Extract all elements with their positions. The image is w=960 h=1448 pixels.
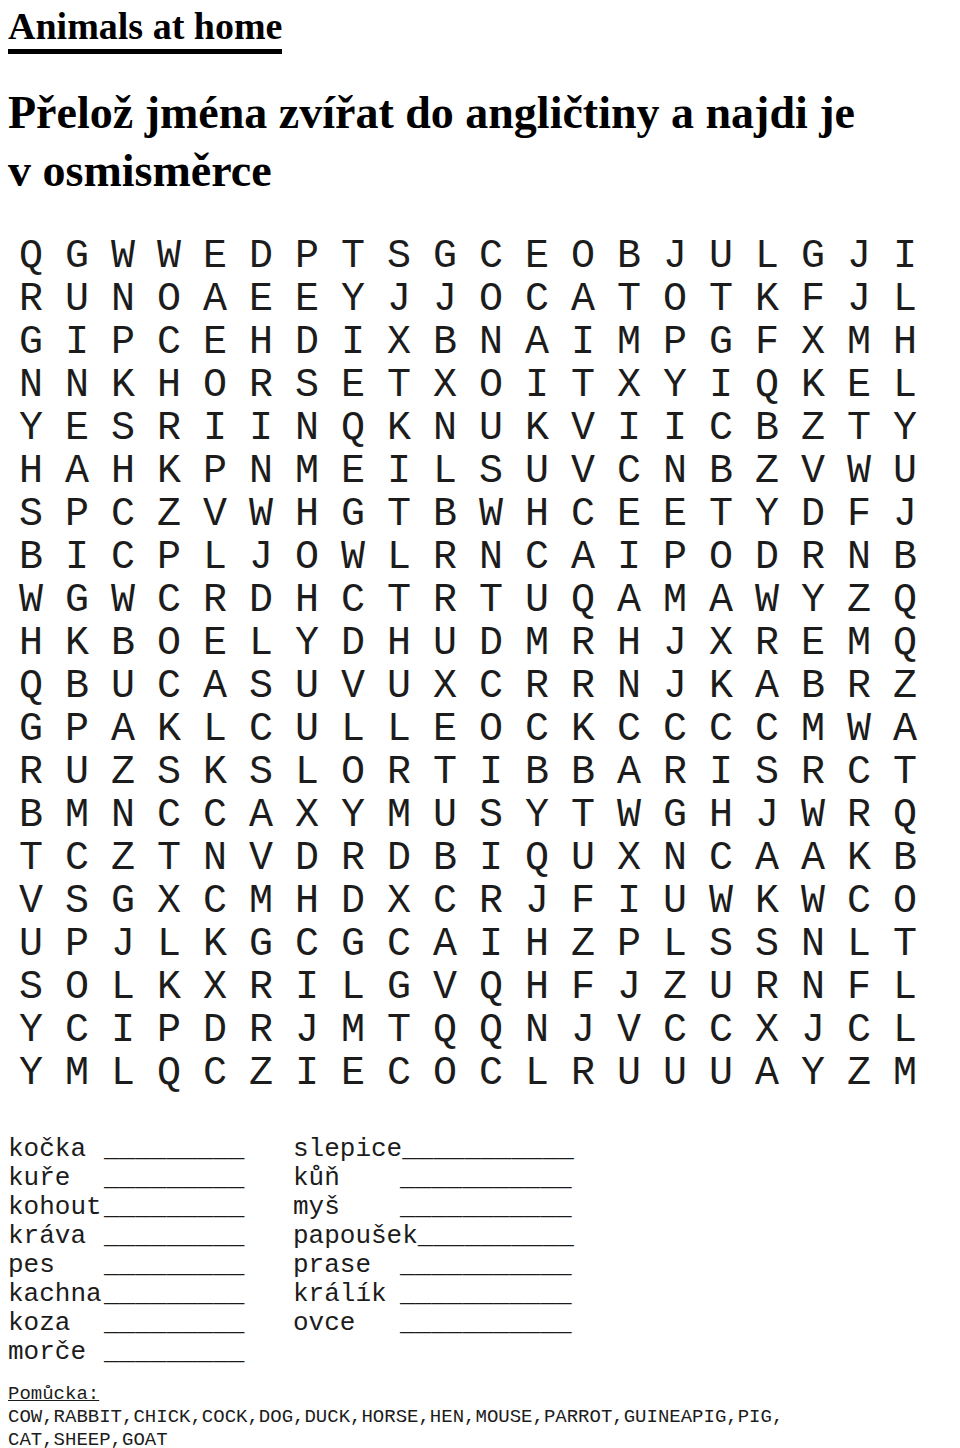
grid-cell: O bbox=[882, 880, 928, 923]
grid-cell: V bbox=[790, 450, 836, 493]
worksheet-page: Animals at home Přelož jména zvířat do a… bbox=[0, 0, 960, 1448]
grid-cell: R bbox=[468, 880, 514, 923]
grid-cell: J bbox=[376, 278, 422, 321]
grid-cell: K bbox=[744, 278, 790, 321]
grid-cell: G bbox=[698, 321, 744, 364]
grid-cell: T bbox=[882, 923, 928, 966]
grid-cell: C bbox=[192, 880, 238, 923]
word-search-grid: QGWWEDPTSGCEOBJULGJIRUNOAEEYJJOCATOTKFJL… bbox=[8, 235, 960, 1095]
grid-cell: O bbox=[468, 708, 514, 751]
grid-cell: Q bbox=[744, 364, 790, 407]
grid-cell: X bbox=[606, 364, 652, 407]
grid-cell: Q bbox=[560, 579, 606, 622]
grid-cell: E bbox=[54, 407, 100, 450]
grid-cell: E bbox=[606, 493, 652, 536]
grid-cell: A bbox=[744, 665, 790, 708]
grid-cell: V bbox=[192, 493, 238, 536]
grid-cell: H bbox=[514, 966, 560, 1009]
grid-cell: V bbox=[560, 407, 606, 450]
answer-blank: _________ bbox=[104, 1250, 244, 1280]
grid-cell: W bbox=[238, 493, 284, 536]
grid-cell: C bbox=[836, 880, 882, 923]
grid-cell: L bbox=[146, 923, 192, 966]
grid-cell: P bbox=[606, 923, 652, 966]
grid-cell: U bbox=[468, 407, 514, 450]
grid-cell: Y bbox=[882, 407, 928, 450]
answer-blank: ___________ bbox=[400, 1250, 572, 1280]
grid-cell: K bbox=[376, 407, 422, 450]
word-label: ovce bbox=[293, 1309, 400, 1338]
grid-cell: P bbox=[146, 536, 192, 579]
grid-cell: G bbox=[652, 794, 698, 837]
grid-cell: W bbox=[836, 708, 882, 751]
grid-cell: Z bbox=[560, 923, 606, 966]
grid-cell: O bbox=[330, 751, 376, 794]
grid-cell: C bbox=[560, 493, 606, 536]
grid-cell: L bbox=[882, 364, 928, 407]
grid-cell: I bbox=[698, 364, 744, 407]
grid-cell: K bbox=[560, 708, 606, 751]
grid-cell: U bbox=[698, 966, 744, 1009]
grid-cell: C bbox=[146, 321, 192, 364]
grid-cell: I bbox=[468, 923, 514, 966]
grid-cell: P bbox=[54, 493, 100, 536]
grid-cell: X bbox=[376, 880, 422, 923]
instructions-line2: v osmisměrce bbox=[8, 145, 272, 196]
answer-blank: ___________ bbox=[400, 1308, 572, 1338]
word-row: morče_________ bbox=[8, 1338, 293, 1367]
word-label: morče bbox=[8, 1338, 104, 1367]
grid-cell: D bbox=[238, 579, 284, 622]
grid-cell: I bbox=[238, 407, 284, 450]
grid-cell: C bbox=[54, 837, 100, 880]
grid-cell: Y bbox=[8, 407, 54, 450]
grid-cell: Z bbox=[836, 1052, 882, 1095]
grid-cell: P bbox=[100, 321, 146, 364]
grid-cell: U bbox=[560, 837, 606, 880]
grid-cell: X bbox=[606, 837, 652, 880]
grid-cell: B bbox=[422, 493, 468, 536]
grid-cell: C bbox=[468, 235, 514, 278]
grid-cell: L bbox=[192, 536, 238, 579]
grid-cell: B bbox=[606, 235, 652, 278]
grid-cell: B bbox=[698, 450, 744, 493]
grid-cell: I bbox=[560, 321, 606, 364]
grid-cell: G bbox=[422, 235, 468, 278]
grid-cell: K bbox=[744, 880, 790, 923]
grid-cell: S bbox=[146, 751, 192, 794]
grid-cell: Z bbox=[836, 579, 882, 622]
grid-cell: K bbox=[192, 751, 238, 794]
grid-cell: Q bbox=[422, 1009, 468, 1052]
grid-cell: H bbox=[284, 880, 330, 923]
grid-cell: Y bbox=[744, 493, 790, 536]
grid-cell: C bbox=[192, 794, 238, 837]
grid-cell: W bbox=[836, 450, 882, 493]
grid-cell: J bbox=[744, 794, 790, 837]
grid-cell: E bbox=[284, 278, 330, 321]
grid-cell: S bbox=[468, 450, 514, 493]
grid-cell: J bbox=[652, 665, 698, 708]
grid-cell: C bbox=[698, 837, 744, 880]
grid-cell: G bbox=[330, 923, 376, 966]
grid-cell: K bbox=[54, 622, 100, 665]
grid-cell: B bbox=[882, 837, 928, 880]
grid-cell: O bbox=[422, 1052, 468, 1095]
grid-cell: Y bbox=[514, 794, 560, 837]
grid-cell: C bbox=[284, 923, 330, 966]
grid-cell: L bbox=[100, 1052, 146, 1095]
grid-cell: O bbox=[146, 278, 192, 321]
word-label: prase bbox=[293, 1251, 400, 1280]
grid-cell: Z bbox=[790, 407, 836, 450]
grid-cell: H bbox=[882, 321, 928, 364]
grid-cell: W bbox=[468, 493, 514, 536]
grid-cell: R bbox=[744, 966, 790, 1009]
word-row: kachna_________ bbox=[8, 1280, 293, 1309]
grid-cell: Y bbox=[8, 1052, 54, 1095]
grid-cell: C bbox=[514, 708, 560, 751]
grid-cell: K bbox=[698, 665, 744, 708]
grid-cell: W bbox=[8, 579, 54, 622]
grid-cell: M bbox=[836, 321, 882, 364]
grid-cell: O bbox=[468, 364, 514, 407]
grid-cell: P bbox=[652, 321, 698, 364]
grid-cell: A bbox=[192, 278, 238, 321]
grid-cell: H bbox=[284, 493, 330, 536]
grid-cell: C bbox=[698, 407, 744, 450]
help-label: Pomůcka: bbox=[8, 1383, 99, 1405]
word-row: pes_________ bbox=[8, 1251, 293, 1280]
grid-cell: P bbox=[192, 450, 238, 493]
grid-cell: U bbox=[698, 1052, 744, 1095]
grid-cell: K bbox=[514, 407, 560, 450]
grid-cell: M bbox=[836, 622, 882, 665]
word-label: kachna bbox=[8, 1280, 104, 1309]
grid-cell: W bbox=[790, 880, 836, 923]
grid-cell: N bbox=[606, 665, 652, 708]
grid-cell: B bbox=[54, 665, 100, 708]
answer-blank: __________ bbox=[418, 1221, 574, 1251]
grid-cell: R bbox=[790, 751, 836, 794]
grid-cell: Z bbox=[744, 450, 790, 493]
grid-cell: C bbox=[100, 493, 146, 536]
grid-cell: Z bbox=[652, 966, 698, 1009]
grid-cell: I bbox=[606, 536, 652, 579]
grid-cell: P bbox=[652, 536, 698, 579]
answer-blank: _________ bbox=[104, 1163, 244, 1193]
grid-cell: E bbox=[192, 235, 238, 278]
grid-cell: W bbox=[100, 579, 146, 622]
grid-cell: L bbox=[836, 923, 882, 966]
grid-cell: N bbox=[836, 536, 882, 579]
answer-blank: ___________ bbox=[400, 1192, 572, 1222]
grid-cell: N bbox=[652, 837, 698, 880]
answer-blank: ___________ bbox=[402, 1134, 574, 1164]
grid-cell: A bbox=[790, 837, 836, 880]
grid-cell: A bbox=[560, 536, 606, 579]
grid-cell: C bbox=[192, 1052, 238, 1095]
grid-cell: R bbox=[514, 665, 560, 708]
grid-cell: E bbox=[192, 622, 238, 665]
word-row: kuře_________ bbox=[8, 1164, 293, 1193]
grid-cell: A bbox=[882, 708, 928, 751]
grid-cell: W bbox=[146, 235, 192, 278]
grid-cell: U bbox=[514, 450, 560, 493]
grid-cell: G bbox=[238, 923, 284, 966]
grid-cell: R bbox=[560, 1052, 606, 1095]
grid-cell: O bbox=[146, 622, 192, 665]
grid-cell: T bbox=[882, 751, 928, 794]
grid-cell: X bbox=[698, 622, 744, 665]
grid-cell: L bbox=[744, 235, 790, 278]
grid-cell: U bbox=[514, 579, 560, 622]
grid-cell: L bbox=[376, 536, 422, 579]
grid-cell: Q bbox=[468, 966, 514, 1009]
grid-cell: E bbox=[192, 321, 238, 364]
grid-cell: O bbox=[652, 278, 698, 321]
grid-cell: U bbox=[284, 665, 330, 708]
answer-blank: _________ bbox=[104, 1337, 244, 1367]
grid-cell: Y bbox=[8, 1009, 54, 1052]
grid-cell: W bbox=[606, 794, 652, 837]
grid-cell: I bbox=[54, 321, 100, 364]
grid-cell: C bbox=[146, 794, 192, 837]
grid-cell: H bbox=[284, 579, 330, 622]
answer-blank: _________ bbox=[104, 1221, 244, 1251]
grid-cell: E bbox=[330, 364, 376, 407]
grid-cell: I bbox=[882, 235, 928, 278]
grid-cell: D bbox=[330, 622, 376, 665]
answer-blank: ___________ bbox=[400, 1279, 572, 1309]
grid-cell: A bbox=[698, 579, 744, 622]
grid-cell: I bbox=[284, 966, 330, 1009]
grid-cell: Z bbox=[100, 837, 146, 880]
grid-cell: G bbox=[376, 966, 422, 1009]
grid-cell: M bbox=[54, 794, 100, 837]
word-label: kočka bbox=[8, 1135, 104, 1164]
instructions-line1: Přelož jména zvířat do angličtiny a najd… bbox=[8, 87, 855, 138]
grid-cell: G bbox=[790, 235, 836, 278]
grid-cell: O bbox=[284, 536, 330, 579]
grid-cell: M bbox=[284, 450, 330, 493]
grid-cell: H bbox=[514, 493, 560, 536]
grid-cell: B bbox=[422, 837, 468, 880]
grid-cell: J bbox=[238, 536, 284, 579]
grid-cell: Q bbox=[882, 622, 928, 665]
grid-cell: C bbox=[238, 708, 284, 751]
grid-cell: Y bbox=[330, 794, 376, 837]
grid-cell: N bbox=[100, 278, 146, 321]
grid-cell: Z bbox=[146, 493, 192, 536]
answer-blank: ___________ bbox=[400, 1163, 572, 1193]
grid-cell: M bbox=[376, 794, 422, 837]
grid-cell: A bbox=[606, 579, 652, 622]
grid-cell: N bbox=[652, 450, 698, 493]
grid-cell: P bbox=[146, 1009, 192, 1052]
grid-cell: Q bbox=[146, 1052, 192, 1095]
grid-cell: S bbox=[744, 923, 790, 966]
grid-cell: N bbox=[468, 536, 514, 579]
grid-cell: C bbox=[836, 751, 882, 794]
grid-cell: S bbox=[54, 880, 100, 923]
grid-cell: T bbox=[560, 364, 606, 407]
grid-cell: B bbox=[8, 794, 54, 837]
word-label: slepice bbox=[293, 1135, 402, 1164]
grid-cell: U bbox=[54, 278, 100, 321]
grid-cell: C bbox=[652, 1009, 698, 1052]
grid-cell: B bbox=[422, 321, 468, 364]
grid-cell: S bbox=[8, 966, 54, 1009]
grid-cell: T bbox=[376, 579, 422, 622]
word-row: králík___________ bbox=[293, 1280, 574, 1309]
grid-cell: T bbox=[606, 278, 652, 321]
grid-cell: W bbox=[330, 536, 376, 579]
grid-cell: H bbox=[376, 622, 422, 665]
word-label: koza bbox=[8, 1309, 104, 1338]
grid-cell: U bbox=[284, 708, 330, 751]
grid-cell: K bbox=[146, 708, 192, 751]
grid-cell: A bbox=[100, 708, 146, 751]
grid-cell: F bbox=[744, 321, 790, 364]
grid-cell: F bbox=[560, 880, 606, 923]
grid-cell: A bbox=[238, 794, 284, 837]
grid-cell: C bbox=[146, 579, 192, 622]
grid-cell: J bbox=[422, 278, 468, 321]
grid-cell: C bbox=[54, 1009, 100, 1052]
grid-cell: S bbox=[238, 665, 284, 708]
grid-cell: M bbox=[514, 622, 560, 665]
grid-cell: L bbox=[284, 751, 330, 794]
grid-cell: J bbox=[836, 235, 882, 278]
grid-cell: Y bbox=[790, 1052, 836, 1095]
grid-cell: A bbox=[744, 1052, 790, 1095]
grid-cell: W bbox=[744, 579, 790, 622]
grid-cell: L bbox=[330, 708, 376, 751]
grid-cell: B bbox=[514, 751, 560, 794]
word-label: králík bbox=[293, 1280, 400, 1309]
grid-cell: N bbox=[422, 407, 468, 450]
grid-cell: N bbox=[790, 923, 836, 966]
grid-cell: C bbox=[100, 536, 146, 579]
grid-cell: S bbox=[238, 751, 284, 794]
grid-cell: C bbox=[330, 579, 376, 622]
grid-cell: G bbox=[100, 880, 146, 923]
grid-cell: S bbox=[376, 235, 422, 278]
grid-cell: J bbox=[560, 1009, 606, 1052]
grid-cell: C bbox=[468, 1052, 514, 1095]
grid-cell: A bbox=[514, 321, 560, 364]
grid-cell: N bbox=[284, 407, 330, 450]
grid-cell: X bbox=[790, 321, 836, 364]
grid-cell: U bbox=[882, 450, 928, 493]
grid-cell: R bbox=[146, 407, 192, 450]
grid-cell: M bbox=[606, 321, 652, 364]
grid-cell: L bbox=[882, 966, 928, 1009]
grid-cell: X bbox=[422, 665, 468, 708]
grid-cell: J bbox=[882, 493, 928, 536]
grid-cell: C bbox=[698, 708, 744, 751]
grid-cell: H bbox=[100, 450, 146, 493]
grid-cell: I bbox=[698, 751, 744, 794]
grid-cell: U bbox=[8, 923, 54, 966]
grid-cell: T bbox=[376, 493, 422, 536]
grid-cell: X bbox=[422, 364, 468, 407]
page-title: Animals at home bbox=[8, 6, 282, 54]
grid-cell: V bbox=[422, 966, 468, 1009]
grid-cell: N bbox=[468, 321, 514, 364]
grid-cell: U bbox=[698, 235, 744, 278]
grid-cell: D bbox=[790, 493, 836, 536]
grid-cell: M bbox=[790, 708, 836, 751]
grid-cell: M bbox=[882, 1052, 928, 1095]
word-list-right-column: slepice___________kůň___________myš_____… bbox=[293, 1135, 574, 1367]
grid-cell: I bbox=[284, 1052, 330, 1095]
grid-cell: U bbox=[100, 665, 146, 708]
grid-cell: N bbox=[790, 966, 836, 1009]
grid-cell: I bbox=[468, 751, 514, 794]
grid-cell: H bbox=[514, 923, 560, 966]
grid-cell: J bbox=[790, 1009, 836, 1052]
grid-cell: I bbox=[652, 407, 698, 450]
grid-cell: D bbox=[284, 837, 330, 880]
grid-cell: R bbox=[836, 665, 882, 708]
grid-cell: C bbox=[422, 880, 468, 923]
grid-cell: A bbox=[744, 837, 790, 880]
grid-cell: I bbox=[514, 364, 560, 407]
grid-cell: I bbox=[468, 837, 514, 880]
grid-cell: B bbox=[8, 536, 54, 579]
grid-cell: Z bbox=[882, 665, 928, 708]
grid-cell: C bbox=[606, 708, 652, 751]
grid-cell: D bbox=[330, 880, 376, 923]
grid-cell: O bbox=[560, 235, 606, 278]
grid-cell: E bbox=[330, 450, 376, 493]
grid-cell: S bbox=[100, 407, 146, 450]
grid-cell: S bbox=[284, 364, 330, 407]
grid-cell: E bbox=[836, 364, 882, 407]
grid-cell: X bbox=[744, 1009, 790, 1052]
grid-cell: T bbox=[146, 837, 192, 880]
grid-cell: U bbox=[652, 880, 698, 923]
grid-cell: J bbox=[836, 278, 882, 321]
grid-cell: C bbox=[146, 665, 192, 708]
grid-cell: U bbox=[376, 665, 422, 708]
grid-cell: O bbox=[698, 536, 744, 579]
grid-cell: K bbox=[100, 364, 146, 407]
word-label: kuře bbox=[8, 1164, 104, 1193]
grid-cell: I bbox=[606, 407, 652, 450]
grid-cell: H bbox=[8, 450, 54, 493]
grid-cell: M bbox=[652, 579, 698, 622]
help-words-line1: COW,RABBIT,CHICK,COCK,DOG,DUCK,HORSE,HEN… bbox=[8, 1406, 783, 1428]
word-label: pes bbox=[8, 1251, 104, 1280]
grid-cell: C bbox=[836, 1009, 882, 1052]
word-label: papoušek bbox=[293, 1222, 418, 1251]
grid-cell: T bbox=[560, 794, 606, 837]
grid-cell: N bbox=[238, 450, 284, 493]
grid-cell: S bbox=[8, 493, 54, 536]
grid-cell: Y bbox=[284, 622, 330, 665]
word-row: myš___________ bbox=[293, 1193, 574, 1222]
grid-cell: P bbox=[284, 235, 330, 278]
grid-cell: B bbox=[882, 536, 928, 579]
grid-cell: C bbox=[376, 1052, 422, 1095]
word-row: prase___________ bbox=[293, 1251, 574, 1280]
grid-cell: T bbox=[376, 1009, 422, 1052]
grid-cell: D bbox=[284, 321, 330, 364]
grid-cell: T bbox=[698, 493, 744, 536]
